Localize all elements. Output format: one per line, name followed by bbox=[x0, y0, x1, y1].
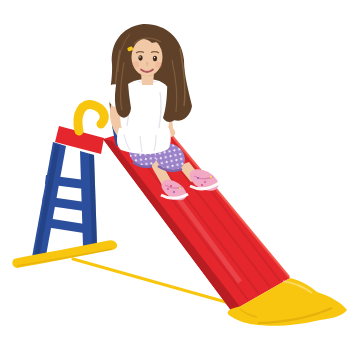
speckle-dot bbox=[173, 191, 175, 193]
speckle-dot bbox=[201, 184, 203, 186]
left-eye-glint bbox=[154, 57, 155, 58]
face bbox=[132, 38, 163, 76]
speckle-dot bbox=[179, 187, 181, 189]
skirt bbox=[117, 128, 171, 154]
speckle-dot bbox=[197, 177, 199, 179]
speckle-dot bbox=[204, 181, 206, 183]
left-eye bbox=[153, 56, 157, 61]
right-eye-glint bbox=[139, 56, 140, 57]
speckle-dot bbox=[210, 176, 212, 178]
right-eye bbox=[138, 55, 142, 60]
right-cheek-blush bbox=[133, 61, 139, 67]
left-cheek-blush bbox=[155, 62, 161, 68]
slide-photo-canvas bbox=[0, 0, 360, 360]
speckle-dot bbox=[167, 188, 169, 190]
product-photo bbox=[0, 0, 360, 360]
speckle-dot bbox=[170, 185, 172, 187]
